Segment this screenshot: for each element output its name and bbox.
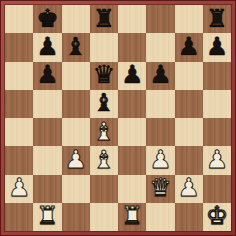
square-f6[interactable]: ♟ [146, 62, 174, 90]
square-b8[interactable]: ♚ [33, 5, 61, 33]
piece-white-pawn-icon[interactable]: ♟ [8, 175, 30, 200]
square-f5[interactable] [146, 90, 174, 118]
square-g7[interactable]: ♟ [175, 33, 203, 61]
piece-white-bishop-icon[interactable]: ♝ [93, 147, 115, 172]
piece-white-queen-icon[interactable]: ♛ [149, 175, 171, 200]
piece-black-pawn-icon[interactable]: ♟ [121, 62, 143, 87]
square-g1[interactable] [175, 203, 203, 231]
square-d4[interactable]: ♝ [90, 118, 118, 146]
piece-black-rook-icon[interactable]: ♜ [206, 6, 228, 31]
square-d1[interactable] [90, 203, 118, 231]
square-g5[interactable] [175, 90, 203, 118]
square-d6[interactable]: ♛ [90, 62, 118, 90]
piece-black-bishop-icon[interactable]: ♝ [64, 34, 86, 59]
square-c8[interactable] [62, 5, 90, 33]
piece-white-king-icon[interactable]: ♚ [206, 203, 228, 228]
square-a4[interactable] [5, 118, 33, 146]
square-d8[interactable]: ♜ [90, 5, 118, 33]
square-e3[interactable] [118, 146, 146, 174]
square-f1[interactable] [146, 203, 174, 231]
piece-black-pawn-icon[interactable]: ♟ [36, 62, 58, 87]
square-g8[interactable] [175, 5, 203, 33]
square-h6[interactable] [203, 62, 231, 90]
square-d7[interactable] [90, 33, 118, 61]
square-c5[interactable] [62, 90, 90, 118]
square-e8[interactable] [118, 5, 146, 33]
square-h7[interactable]: ♟ [203, 33, 231, 61]
square-g4[interactable] [175, 118, 203, 146]
square-d5[interactable]: ♝ [90, 90, 118, 118]
square-a7[interactable] [5, 33, 33, 61]
piece-white-rook-icon[interactable]: ♜ [121, 203, 143, 228]
piece-white-pawn-icon[interactable]: ♟ [177, 175, 199, 200]
square-b2[interactable] [33, 175, 61, 203]
piece-black-rook-icon[interactable]: ♜ [93, 6, 115, 31]
square-c2[interactable] [62, 175, 90, 203]
piece-white-pawn-icon[interactable]: ♟ [149, 147, 171, 172]
square-b3[interactable] [33, 146, 61, 174]
square-h3[interactable]: ♟ [203, 146, 231, 174]
square-a1[interactable] [5, 203, 33, 231]
square-b5[interactable] [33, 90, 61, 118]
piece-white-pawn-icon[interactable]: ♟ [206, 147, 228, 172]
square-e6[interactable]: ♟ [118, 62, 146, 90]
square-c7[interactable]: ♝ [62, 33, 90, 61]
piece-white-pawn-icon[interactable]: ♟ [64, 147, 86, 172]
square-d3[interactable]: ♝ [90, 146, 118, 174]
square-g2[interactable]: ♟ [175, 175, 203, 203]
chess-board-frame: ♚♜♜♟♝♟♟♟♛♟♟♝♝♟♝♟♟♟♛♟♜♜♚ [0, 0, 236, 236]
square-h2[interactable] [203, 175, 231, 203]
piece-white-rook-icon[interactable]: ♜ [36, 203, 58, 228]
square-b4[interactable] [33, 118, 61, 146]
chess-board: ♚♜♜♟♝♟♟♟♛♟♟♝♝♟♝♟♟♟♛♟♜♜♚ [5, 5, 231, 231]
piece-white-bishop-icon[interactable]: ♝ [93, 119, 115, 144]
square-h5[interactable] [203, 90, 231, 118]
square-d2[interactable] [90, 175, 118, 203]
piece-black-pawn-icon[interactable]: ♟ [177, 34, 199, 59]
piece-black-pawn-icon[interactable]: ♟ [36, 34, 58, 59]
square-h4[interactable] [203, 118, 231, 146]
square-c3[interactable]: ♟ [62, 146, 90, 174]
square-a3[interactable] [5, 146, 33, 174]
square-f8[interactable] [146, 5, 174, 33]
square-g3[interactable] [175, 146, 203, 174]
square-e7[interactable] [118, 33, 146, 61]
square-c6[interactable] [62, 62, 90, 90]
square-a8[interactable] [5, 5, 33, 33]
square-f7[interactable] [146, 33, 174, 61]
square-e2[interactable] [118, 175, 146, 203]
piece-black-king-icon[interactable]: ♚ [36, 6, 58, 31]
piece-black-pawn-icon[interactable]: ♟ [206, 34, 228, 59]
square-f3[interactable]: ♟ [146, 146, 174, 174]
square-b1[interactable]: ♜ [33, 203, 61, 231]
piece-black-bishop-icon[interactable]: ♝ [93, 90, 115, 115]
square-h8[interactable]: ♜ [203, 5, 231, 33]
square-e4[interactable] [118, 118, 146, 146]
piece-black-queen-icon[interactable]: ♛ [93, 62, 115, 87]
square-c4[interactable] [62, 118, 90, 146]
square-a2[interactable]: ♟ [5, 175, 33, 203]
square-f2[interactable]: ♛ [146, 175, 174, 203]
square-b7[interactable]: ♟ [33, 33, 61, 61]
square-a5[interactable] [5, 90, 33, 118]
square-c1[interactable] [62, 203, 90, 231]
square-a6[interactable] [5, 62, 33, 90]
square-e1[interactable]: ♜ [118, 203, 146, 231]
square-f4[interactable] [146, 118, 174, 146]
square-h1[interactable]: ♚ [203, 203, 231, 231]
piece-black-pawn-icon[interactable]: ♟ [149, 62, 171, 87]
square-g6[interactable] [175, 62, 203, 90]
square-e5[interactable] [118, 90, 146, 118]
square-b6[interactable]: ♟ [33, 62, 61, 90]
